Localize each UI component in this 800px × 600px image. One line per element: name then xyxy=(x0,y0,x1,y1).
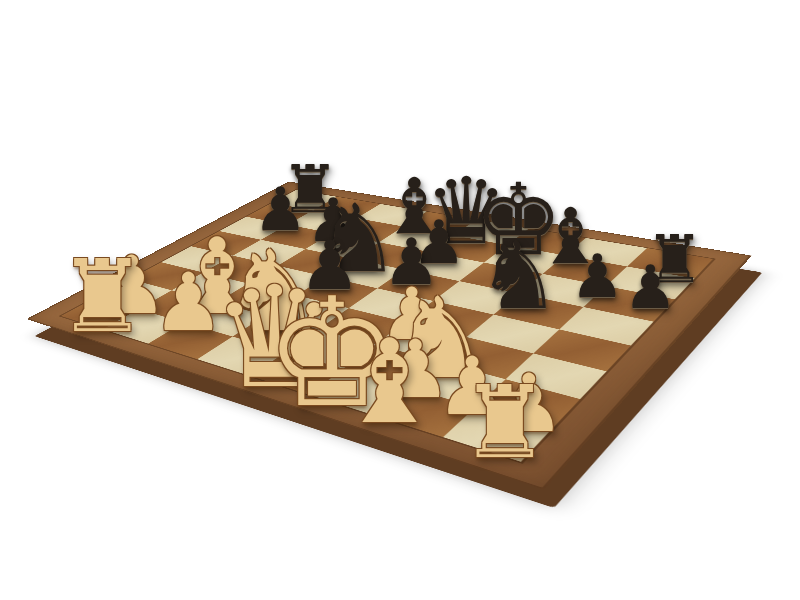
piece-white-rook-h1[interactable]: ♜ xyxy=(460,373,550,473)
piece-black-pawn-h7[interactable]: ♟ xyxy=(623,256,677,316)
piece-black-pawn-g7[interactable]: ♟ xyxy=(571,245,625,305)
piece-white-bishop-f1[interactable]: ♝ xyxy=(338,324,442,440)
piece-white-rook-a1[interactable]: ♜ xyxy=(57,247,147,347)
chess-product-photo: ♜♟♟♝♞♛♚♟♝♟♞♟♟♜♜♟♟♝♛♚♞♟♟♟♞♝♟♟♜ xyxy=(0,0,800,600)
